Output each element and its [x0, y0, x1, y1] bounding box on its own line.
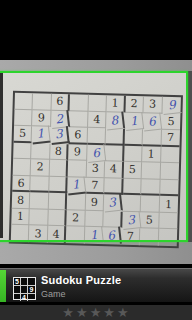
icon-cell: 5 — [14, 278, 21, 286]
icon-cell: 9 — [28, 286, 35, 294]
result-title: Sudoku Puzzle — [41, 274, 121, 286]
icon-cell — [28, 278, 35, 286]
star-icon[interactable]: ★ — [103, 305, 116, 320]
recognition-result-item[interactable]: 594 Sudoku Puzzle Game — [0, 268, 192, 302]
star-icon[interactable]: ★ — [117, 305, 130, 320]
star-icon[interactable]: ★ — [62, 305, 75, 320]
icon-cell — [28, 294, 35, 301]
icon-cell — [14, 294, 21, 301]
icon-cell — [21, 286, 28, 294]
camera-screen: 6123992481655136789612345617893112353416… — [0, 0, 192, 320]
result-titles: Sudoku Puzzle Game — [41, 274, 121, 299]
paper-edge-shadow-right — [188, 71, 192, 242]
match-indicator-strip — [0, 270, 6, 302]
camera-viewfinder: 6123992481655136789612345617893112353416… — [0, 60, 192, 264]
star-icon[interactable]: ★ — [76, 305, 89, 320]
sudoku-grid-icon: 594 — [13, 277, 36, 300]
icon-cell — [21, 278, 28, 286]
rating-stars[interactable]: ★★★★★ — [62, 306, 130, 319]
icon-cell: 4 — [21, 294, 28, 301]
rating-panel: ★★★★★ — [0, 305, 192, 320]
result-subtitle: Game — [41, 289, 121, 299]
detection-rectangle — [0, 71, 188, 242]
icon-cell — [14, 286, 21, 294]
star-icon[interactable]: ★ — [90, 305, 103, 320]
